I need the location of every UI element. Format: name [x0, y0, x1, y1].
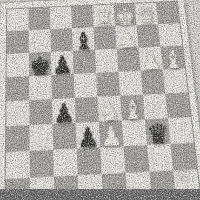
piece-white-pawn: ♟ [116, 27, 138, 51]
square-e5 [96, 72, 120, 97]
square-h7 [158, 23, 182, 46]
square-c7 [50, 28, 73, 52]
square-f2 [124, 145, 150, 173]
piece-black-pawn: ♟ [53, 100, 75, 127]
square-c8 [50, 7, 72, 30]
square-b3 [29, 124, 53, 151]
square-a4 [6, 100, 29, 126]
square-g4 [143, 94, 168, 120]
piece-white-pawn: ♟ [100, 123, 124, 151]
square-c2 [53, 149, 78, 177]
square-f4: ♝ [120, 95, 145, 121]
table-edge [0, 189, 200, 200]
piece-white-bishop: ♝ [161, 47, 184, 72]
corner-crown-logo: ♔ [175, 162, 193, 186]
square-f8: ♚ [114, 4, 137, 27]
square-b4 [29, 99, 52, 125]
square-a7 [7, 30, 29, 54]
square-h6: ♝ [160, 46, 185, 70]
piece-white-bishop: ♝ [121, 97, 145, 124]
board-perspective-wrap: ♜♚♛♝♟♚♟♟♝♟♞♝♟♟♛ ∙∙∙∙∙∙∙∙ ♔ [0, 0, 200, 200]
square-f7: ♟ [115, 25, 138, 48]
piece-black-bishop: ♝ [73, 29, 95, 54]
photo-scene: ♜♚♛♝♟♚♟♟♝♟♞♝♟♟♛ ∙∙∙∙∙∙∙∙ ♔ [0, 0, 200, 200]
square-a5 [6, 76, 29, 101]
square-c4: ♟ [52, 98, 76, 124]
square-a6 [7, 53, 29, 77]
square-f5 [118, 71, 142, 96]
square-b8 [29, 7, 51, 30]
square-a2 [6, 151, 30, 179]
square-h4 [165, 92, 191, 118]
square-a8 [7, 8, 29, 31]
piece-white-pawn: ♟ [139, 48, 162, 73]
square-d4 [75, 97, 99, 123]
piece-black-queen: ♛ [146, 120, 170, 148]
square-d7: ♝ [72, 27, 95, 50]
square-b6: ♚ [29, 52, 52, 76]
square-b2 [30, 150, 54, 178]
square-h3 [168, 117, 194, 144]
square-e8: ♜ [92, 5, 115, 28]
square-g6: ♟ [139, 47, 163, 71]
piece-black-pawn: ♟ [76, 124, 99, 152]
chess-board: ♜♚♛♝♟♚♟♟♝♟♞♝♟♟♛ ∙∙∙∙∙∙∙∙ ♔ [0, 0, 200, 200]
square-b7 [29, 29, 51, 53]
square-e4: ♞ [97, 96, 121, 122]
square-h8 [156, 2, 180, 25]
square-d3: ♟ [76, 122, 101, 149]
square-a3 [6, 125, 30, 152]
square-c6: ♟ [51, 51, 74, 75]
square-e6 [95, 49, 119, 73]
piece-black-pawn: ♟ [52, 53, 74, 78]
piece-white-queen: ♛ [135, 4, 157, 28]
board-grid: ♜♚♛♝♟♚♟♟♝♟♞♝♟♟♛ [4, 1, 200, 200]
piece-white-rook: ♜ [93, 6, 115, 30]
square-g3: ♛ [145, 118, 171, 145]
square-d8 [71, 6, 93, 29]
square-e3: ♟ [99, 121, 124, 148]
square-g8: ♛ [135, 3, 158, 26]
piece-black-king: ♚ [30, 54, 51, 79]
square-d5 [74, 73, 98, 98]
